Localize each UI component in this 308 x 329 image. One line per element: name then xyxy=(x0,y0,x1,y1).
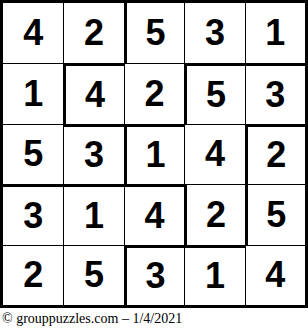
cell-digit: 3 xyxy=(145,258,165,294)
cell-digit: 1 xyxy=(23,76,43,112)
cell-r2c2: 4 xyxy=(63,63,123,123)
sudoku5-board: 4253114253531423142525314 xyxy=(0,0,308,308)
cell-r5c5: 4 xyxy=(245,245,305,305)
cell-digit: 3 xyxy=(84,137,104,173)
cell-digit: 3 xyxy=(265,77,285,113)
cell-r2c3: 2 xyxy=(124,63,184,123)
cell-digit: 1 xyxy=(145,137,165,173)
cell-digit: 3 xyxy=(23,198,43,234)
cell-r5c1: 2 xyxy=(3,245,63,305)
cell-r3c4: 4 xyxy=(184,124,244,184)
cell-digit: 1 xyxy=(205,258,225,294)
cell-digit: 1 xyxy=(265,15,285,51)
cell-digit: 2 xyxy=(84,15,104,51)
cell-r4c5: 5 xyxy=(245,184,305,244)
cell-digit: 2 xyxy=(144,76,164,112)
cell-r4c4: 2 xyxy=(184,184,244,244)
cell-r3c1: 5 xyxy=(3,124,63,184)
cell-digit: 4 xyxy=(23,15,43,51)
cell-r1c2: 2 xyxy=(63,3,123,63)
cell-r4c2: 1 xyxy=(63,184,123,244)
cell-digit: 5 xyxy=(84,257,104,293)
cell-r1c1: 4 xyxy=(3,3,63,63)
cell-digit: 4 xyxy=(265,257,285,293)
cell-digit: 2 xyxy=(206,197,226,233)
cell-r3c2: 3 xyxy=(63,124,123,184)
cell-digit: 5 xyxy=(266,197,286,233)
cell-r3c5: 2 xyxy=(245,124,305,184)
cell-r2c4: 5 xyxy=(184,63,244,123)
cell-r1c3: 5 xyxy=(124,3,184,63)
puzzle-page: 4253114253531423142525314 © grouppuzzles… xyxy=(0,0,308,329)
cell-r4c1: 3 xyxy=(3,184,63,244)
cell-r5c2: 5 xyxy=(63,245,123,305)
cell-r5c4: 1 xyxy=(184,245,244,305)
cell-digit: 4 xyxy=(205,136,225,172)
cell-digit: 2 xyxy=(23,257,43,293)
cell-r3c3: 1 xyxy=(124,124,184,184)
cell-digit: 1 xyxy=(84,198,104,234)
cell-r2c5: 3 xyxy=(245,63,305,123)
copyright-line: © grouppuzzles.com – 1/4/2021 xyxy=(2,308,306,329)
cell-digit: 4 xyxy=(85,77,105,113)
cell-digit: 5 xyxy=(145,15,165,51)
cell-digit: 4 xyxy=(144,198,164,234)
cell-digit: 2 xyxy=(266,137,286,173)
cell-r4c3: 4 xyxy=(124,184,184,244)
cell-digit: 3 xyxy=(205,15,225,51)
cell-r5c3: 3 xyxy=(124,245,184,305)
cell-digit: 5 xyxy=(206,77,226,113)
cell-r1c5: 1 xyxy=(245,3,305,63)
cell-r1c4: 3 xyxy=(184,3,244,63)
cell-digit: 5 xyxy=(23,136,43,172)
cell-r2c1: 1 xyxy=(3,63,63,123)
